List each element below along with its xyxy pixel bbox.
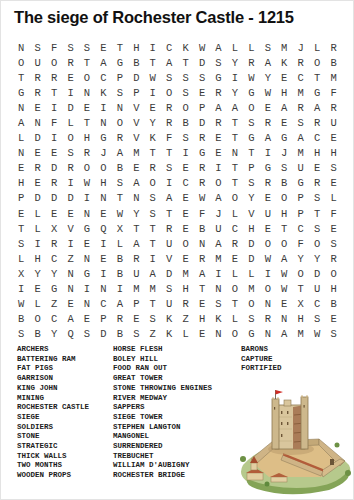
grid-cell-r5c4: D	[62, 100, 78, 115]
grid-cell-r17c17: W	[276, 282, 292, 297]
grid-cell-r2c2: U	[29, 55, 45, 70]
grid-cell-r1c11: K	[177, 40, 193, 55]
grid-cell-r5c5: E	[79, 100, 95, 115]
grid-cell-r5c15: O	[243, 100, 259, 115]
word-list-item: STONE THROWING ENGINES	[113, 384, 212, 394]
grid-cell-r1c7: T	[112, 40, 128, 55]
grid-cell-r10c19: R	[309, 176, 325, 191]
grid-cell-r11c17: O	[276, 191, 292, 206]
grid-cell-r16c14: L	[227, 266, 243, 281]
grid-cell-r6c19: R	[309, 115, 325, 130]
grid-cell-r6c20: U	[325, 115, 341, 130]
grid-cell-r6c2: N	[29, 115, 45, 130]
grid-cell-r1c16: S	[260, 40, 276, 55]
grid-cell-r9c10: S	[161, 161, 177, 176]
grid-cell-r1c14: L	[227, 40, 243, 55]
grid-cell-r18c9: T	[145, 297, 161, 312]
grid-cell-r19c17: N	[276, 312, 292, 327]
grid-cell-r7c20: E	[325, 131, 341, 146]
grid-cell-r7c12: R	[194, 131, 210, 146]
grid-cell-r17c4: N	[62, 282, 78, 297]
grid-cell-r3c13: G	[210, 70, 226, 85]
grid-cell-r20c13: N	[210, 327, 226, 342]
grid-cell-r8c19: H	[309, 146, 325, 161]
grid-cell-r14c7: L	[112, 236, 128, 251]
grid-cell-r3c2: R	[29, 70, 45, 85]
grid-cell-r3c14: I	[227, 70, 243, 85]
grid-cell-r9c16: G	[260, 161, 276, 176]
grid-cell-r10c9: O	[145, 176, 161, 191]
word-list-item: HORSE FLESH	[113, 345, 212, 355]
word-list-item: STONE	[17, 432, 89, 442]
grid-cell-r7c5: H	[79, 131, 95, 146]
grid-cell-r10c7: S	[112, 176, 128, 191]
grid-cell-r18c14: T	[227, 297, 243, 312]
grid-cell-r4c14: Y	[227, 85, 243, 100]
grid-cell-r5c12: P	[194, 100, 210, 115]
grid-cell-r19c20: E	[325, 312, 341, 327]
grid-cell-r17c14: O	[227, 282, 243, 297]
grid-cell-r2c15: R	[243, 55, 259, 70]
grid-cell-r19c2: O	[29, 312, 45, 327]
grid-cell-r11c2: D	[29, 191, 45, 206]
grid-cell-r20c12: E	[194, 327, 210, 342]
grid-cell-r15c3: C	[46, 251, 62, 266]
grid-cell-r4c11: S	[177, 85, 193, 100]
grid-cell-r20c19: W	[309, 327, 325, 342]
grid-cell-r17c19: U	[309, 282, 325, 297]
grid-cell-r6c17: E	[276, 115, 292, 130]
word-list-item: ROCHESTER CASTLE	[17, 403, 89, 413]
grid-cell-r13c14: C	[227, 221, 243, 236]
grid-cell-r5c19: A	[309, 100, 325, 115]
grid-cell-r11c12: W	[194, 191, 210, 206]
grid-cell-r12c10: T	[161, 206, 177, 221]
grid-cell-r16c13: I	[210, 266, 226, 281]
grid-cell-r13c10: R	[161, 221, 177, 236]
grid-cell-r11c13: A	[210, 191, 226, 206]
grid-cell-r15c2: H	[29, 251, 45, 266]
grid-cell-r12c5: N	[79, 206, 95, 221]
grid-cell-r2c14: Y	[227, 55, 243, 70]
grid-cell-r7c8: V	[128, 131, 144, 146]
grid-cell-r4c5: N	[79, 85, 95, 100]
grid-cell-r7c7: R	[112, 131, 128, 146]
word-list-item: TREBUCHET	[113, 452, 212, 462]
grid-cell-r2c10: A	[161, 55, 177, 70]
grid-cell-r4c15: G	[243, 85, 259, 100]
grid-cell-r14c19: O	[309, 236, 325, 251]
grid-cell-r1c4: S	[62, 40, 78, 55]
word-list-item: ARCHERS	[17, 345, 89, 355]
grid-cell-r17c13: N	[210, 282, 226, 297]
grid-cell-r19c4: A	[62, 312, 78, 327]
grid-cell-r7c19: C	[309, 131, 325, 146]
grid-cell-r8c20: H	[325, 146, 341, 161]
grid-cell-r12c12: F	[194, 206, 210, 221]
grid-cell-r4c16: W	[260, 85, 276, 100]
grid-cell-r3c1: T	[13, 70, 29, 85]
grid-cell-r11c19: S	[309, 191, 325, 206]
grid-cell-r20c18: M	[292, 327, 308, 342]
grid-cell-r9c6: O	[95, 161, 111, 176]
grid-cell-r2c6: A	[95, 55, 111, 70]
grid-cell-r15c16: W	[260, 251, 276, 266]
grid-cell-r5c10: R	[161, 100, 177, 115]
grid-cell-r14c8: A	[128, 236, 144, 251]
grid-cell-r3c5: O	[79, 70, 95, 85]
grid-cell-r14c2: I	[29, 236, 45, 251]
grid-cell-r19c18: H	[292, 312, 308, 327]
grid-cell-r9c18: U	[292, 161, 308, 176]
grid-cell-r13c19: S	[309, 221, 325, 236]
grid-cell-r9c17: S	[276, 161, 292, 176]
grid-cell-r14c18: F	[292, 236, 308, 251]
grid-cell-r11c8: N	[128, 191, 144, 206]
grid-cell-r19c15: S	[243, 312, 259, 327]
grid-cell-r18c12: E	[194, 297, 210, 312]
grid-cell-r3c8: D	[128, 70, 144, 85]
grid-cell-r13c5: G	[79, 221, 95, 236]
grid-cell-r15c9: I	[145, 251, 161, 266]
word-list-item: TWO MONTHS	[17, 461, 89, 471]
grid-cell-r17c15: M	[243, 282, 259, 297]
grid-cell-r11c4: D	[62, 191, 78, 206]
grid-cell-r9c13: I	[210, 161, 226, 176]
grid-cell-r20c5: S	[79, 327, 95, 342]
grid-cell-r18c17: E	[276, 297, 292, 312]
grid-cell-r2c16: A	[260, 55, 276, 70]
grid-cell-r1c19: L	[309, 40, 325, 55]
grid-cell-r4c4: I	[62, 85, 78, 100]
grid-cell-r15c18: Y	[292, 251, 308, 266]
grid-cell-r20c16: N	[260, 327, 276, 342]
grid-cell-r20c7: B	[112, 327, 128, 342]
grid-cell-r13c16: E	[260, 221, 276, 236]
grid-cell-r14c12: N	[194, 236, 210, 251]
grid-cell-r9c11: E	[177, 161, 193, 176]
grid-cell-r13c18: C	[292, 221, 308, 236]
grid-cell-r13c12: B	[194, 221, 210, 236]
grid-cell-r12c18: P	[292, 206, 308, 221]
grid-cell-r16c11: M	[177, 266, 193, 281]
grid-cell-r7c1: L	[13, 131, 29, 146]
grid-cell-r2c5: T	[79, 55, 95, 70]
grid-cell-r11c7: T	[112, 191, 128, 206]
grid-cell-r10c6: H	[95, 176, 111, 191]
grid-cell-r6c8: V	[128, 115, 144, 130]
grid-cell-r18c4: E	[62, 297, 78, 312]
grid-cell-r17c6: N	[95, 282, 111, 297]
grid-cell-r18c7: A	[112, 297, 128, 312]
grid-cell-r15c15: D	[243, 251, 259, 266]
grid-cell-r13c2: L	[29, 221, 45, 236]
word-list-item: BARONS	[241, 345, 282, 355]
grid-cell-r8c13: E	[210, 146, 226, 161]
grid-cell-r16c4: N	[62, 266, 78, 281]
grid-cell-r10c4: I	[62, 176, 78, 191]
word-list-item: SOLDIERS	[17, 423, 89, 433]
grid-cell-r1c20: R	[325, 40, 341, 55]
word-list-item: MANGONEL	[113, 432, 212, 442]
grid-cell-r12c4: E	[62, 206, 78, 221]
grid-cell-r19c6: P	[95, 312, 111, 327]
grid-cell-r16c3: Y	[46, 266, 62, 281]
grid-cell-r11c3: D	[46, 191, 62, 206]
grid-cell-r1c15: L	[243, 40, 259, 55]
grid-cell-r16c18: O	[292, 266, 308, 281]
grid-cell-r10c17: B	[276, 176, 292, 191]
grid-cell-r15c1: L	[13, 251, 29, 266]
grid-cell-r18c18: X	[292, 297, 308, 312]
grid-cell-r5c18: R	[292, 100, 308, 115]
grid-cell-r13c6: Q	[95, 221, 111, 236]
grid-cell-r20c11: L	[177, 327, 193, 342]
word-list-item: WILLIAM D'AUBIGNY	[113, 461, 212, 471]
word-list-item: BOLEY HILL	[113, 355, 212, 365]
grid-cell-r3c11: S	[177, 70, 193, 85]
grid-cell-r12c1: E	[13, 206, 29, 221]
grid-cell-r7c13: E	[210, 131, 226, 146]
grid-cell-r1c2: S	[29, 40, 45, 55]
grid-cell-r13c20: E	[325, 221, 341, 236]
grid-cell-r20c15: G	[243, 327, 259, 342]
grid-cell-r16c6: I	[95, 266, 111, 281]
grid-cell-r15c7: B	[112, 251, 128, 266]
grid-cell-r4c6: K	[95, 85, 111, 100]
grid-cell-r16c5: G	[79, 266, 95, 281]
word-list-column-2: HORSE FLESHBOLEY HILLFOOD RAN OUTGREAT T…	[113, 345, 212, 481]
grid-cell-r1c13: A	[210, 40, 226, 55]
grid-cell-r17c3: G	[46, 282, 62, 297]
grid-cell-r6c9: Y	[145, 115, 161, 130]
word-list-item: WOODEN PROPS	[17, 471, 89, 481]
grid-cell-r19c12: H	[194, 312, 210, 327]
word-list-item: KING JOHN	[17, 384, 89, 394]
grid-cell-r14c16: O	[260, 236, 276, 251]
grid-cell-r18c2: L	[29, 297, 45, 312]
grid-cell-r10c10: I	[161, 176, 177, 191]
grid-cell-r16c16: I	[260, 266, 276, 281]
castle-flag-icon	[276, 390, 284, 399]
grid-cell-r3c18: C	[292, 70, 308, 85]
grid-cell-r15c10: V	[161, 251, 177, 266]
grid-cell-r3c15: W	[243, 70, 259, 85]
grid-cell-r1c6: E	[95, 40, 111, 55]
grid-cell-r8c2: E	[29, 146, 45, 161]
grid-cell-r7c17: G	[276, 131, 292, 146]
grid-cell-r9c12: R	[194, 161, 210, 176]
grid-cell-r2c11: T	[177, 55, 193, 70]
grid-cell-r5c6: I	[95, 100, 111, 115]
grid-cell-r13c3: X	[46, 221, 62, 236]
grid-cell-r12c11: E	[177, 206, 193, 221]
grid-cell-r3c16: Y	[260, 70, 276, 85]
grid-cell-r6c13: R	[210, 115, 226, 130]
grid-cell-r4c1: G	[13, 85, 29, 100]
grid-cell-r5c13: A	[210, 100, 226, 115]
word-list-item: GREAT TOWER	[113, 374, 212, 384]
grid-cell-r12c7: W	[112, 206, 128, 221]
grid-cell-r13c9: T	[145, 221, 161, 236]
grid-cell-r2c3: O	[46, 55, 62, 70]
word-list-item: STEPHEN LANGTON	[113, 423, 212, 433]
word-list-item: CAPTURE	[241, 355, 282, 365]
grid-cell-r4c10: O	[161, 85, 177, 100]
grid-cell-r12c3: E	[46, 206, 62, 221]
grid-cell-r19c9: S	[145, 312, 161, 327]
grid-cell-r5c7: N	[112, 100, 128, 115]
grid-cell-r7c4: O	[62, 131, 78, 146]
grid-cell-r7c3: I	[46, 131, 62, 146]
grid-cell-r20c6: D	[95, 327, 111, 342]
grid-cell-r2c9: T	[145, 55, 161, 70]
grid-cell-r5c2: E	[29, 100, 45, 115]
grid-cell-r8c6: J	[95, 146, 111, 161]
grid-cell-r8c12: G	[194, 146, 210, 161]
word-search-grid: NSFSSETHICKWALLSMJLROUORTAGBTATDSYRAKROB…	[13, 40, 342, 342]
grid-cell-r2c19: O	[309, 55, 325, 70]
grid-cell-r15c14: E	[227, 251, 243, 266]
word-list-item: GARRISON	[17, 374, 89, 384]
word-list-item: SAPPERS	[113, 403, 212, 413]
grid-cell-r8c14: N	[227, 146, 243, 161]
grid-cell-r12c14: L	[227, 206, 243, 221]
grid-cell-r10c2: E	[29, 176, 45, 191]
word-list-item: FAT PIGS	[17, 364, 89, 374]
grid-cell-r14c10: U	[161, 236, 177, 251]
grid-cell-r13c8: T	[128, 221, 144, 236]
grid-cell-r17c18: T	[292, 282, 308, 297]
grid-cell-r14c4: I	[62, 236, 78, 251]
grid-cell-r12c17: H	[276, 206, 292, 221]
word-list-item: FORTIFIED	[241, 364, 282, 374]
grid-cell-r17c2: E	[29, 282, 45, 297]
grid-cell-r15c8: R	[128, 251, 144, 266]
grid-cell-r11c5: I	[79, 191, 95, 206]
grid-cell-r9c1: E	[13, 161, 29, 176]
grid-cell-r10c12: R	[194, 176, 210, 191]
grid-cell-r2c13: S	[210, 55, 226, 70]
grid-cell-r1c3: F	[46, 40, 62, 55]
grid-cell-r14c13: A	[210, 236, 226, 251]
grid-cell-r18c5: N	[79, 297, 95, 312]
grid-cell-r18c10: U	[161, 297, 177, 312]
grid-cell-r3c20: M	[325, 70, 341, 85]
grid-cell-r9c7: B	[112, 161, 128, 176]
grid-cell-r18c1: W	[13, 297, 29, 312]
grid-cell-r11c9: S	[145, 191, 161, 206]
grid-cell-r16c8: U	[128, 266, 144, 281]
grid-cell-r4c12: E	[194, 85, 210, 100]
grid-cell-r13c7: X	[112, 221, 128, 236]
grid-cell-r16c15: L	[243, 266, 259, 281]
grid-cell-r3c9: W	[145, 70, 161, 85]
grid-cell-r3c4: E	[62, 70, 78, 85]
grid-cell-r18c16: N	[260, 297, 276, 312]
grid-cell-r7c11: S	[177, 131, 193, 146]
grid-cell-r20c3: Y	[46, 327, 62, 342]
grid-cell-r19c3: C	[46, 312, 62, 327]
grid-cell-r1c5: S	[79, 40, 95, 55]
grid-cell-r8c10: T	[161, 146, 177, 161]
grid-cell-r19c13: K	[210, 312, 226, 327]
grid-cell-r8c7: A	[112, 146, 128, 161]
grid-cell-r11c20: L	[325, 191, 341, 206]
grid-cell-r8c5: R	[79, 146, 95, 161]
grid-cell-r7c15: G	[243, 131, 259, 146]
grid-cell-r14c3: R	[46, 236, 62, 251]
grid-cell-r12c15: V	[243, 206, 259, 221]
grid-cell-r1c12: W	[194, 40, 210, 55]
grid-cell-r12c20: F	[325, 206, 341, 221]
grid-cell-r8c11: I	[177, 146, 193, 161]
grid-cell-r16c12: A	[194, 266, 210, 281]
grid-cell-r8c16: I	[260, 146, 276, 161]
grid-cell-r18c11: R	[177, 297, 193, 312]
grid-cell-r20c2: B	[29, 327, 45, 342]
grid-cell-r4c9: I	[145, 85, 161, 100]
grid-cell-r17c8: M	[128, 282, 144, 297]
grid-cell-r14c5: E	[79, 236, 95, 251]
grid-cell-r8c17: J	[276, 146, 292, 161]
grid-cell-r10c5: W	[79, 176, 95, 191]
grid-cell-r15c4: Z	[62, 251, 78, 266]
word-list-item: THICK WALLS	[17, 452, 89, 462]
grid-cell-r14c11: O	[177, 236, 193, 251]
grid-cell-r17c16: O	[260, 282, 276, 297]
grid-cell-r4c13: R	[210, 85, 226, 100]
word-list-item: SIEGE TOWER	[113, 413, 212, 423]
grid-cell-r17c9: M	[145, 282, 161, 297]
grid-cell-r17c11: H	[177, 282, 193, 297]
grid-cell-r13c1: T	[13, 221, 29, 236]
grid-cell-r4c7: S	[112, 85, 128, 100]
grid-cell-r3c10: S	[161, 70, 177, 85]
grid-cell-r19c14: L	[227, 312, 243, 327]
grid-cell-r17c12: T	[194, 282, 210, 297]
grid-cell-r16c17: W	[276, 266, 292, 281]
grid-cell-r5c3: I	[46, 100, 62, 115]
word-list-item: BATTERING RAM	[17, 355, 89, 365]
grid-cell-r16c19: D	[309, 266, 325, 281]
grid-cell-r17c7: I	[112, 282, 128, 297]
grid-cell-r10c11: C	[177, 176, 193, 191]
grid-cell-r15c13: M	[210, 251, 226, 266]
grid-cell-r16c10: D	[161, 266, 177, 281]
grid-cell-r14c9: T	[145, 236, 161, 251]
word-list-column-3: BARONSCAPTUREFORTIFIED	[241, 345, 282, 374]
grid-cell-r18c6: C	[95, 297, 111, 312]
grid-cell-r18c19: C	[309, 297, 325, 312]
grid-cell-r3c6: C	[95, 70, 111, 85]
word-list-item: ROCHESTER BRIDGE	[113, 471, 212, 481]
grid-cell-r4c19: G	[309, 85, 325, 100]
grid-cell-r9c3: D	[46, 161, 62, 176]
grid-cell-r13c13: U	[210, 221, 226, 236]
grid-cell-r9c4: R	[62, 161, 78, 176]
grid-cell-r4c8: P	[128, 85, 144, 100]
grid-cell-r12c19: T	[309, 206, 325, 221]
grid-cell-r5c11: O	[177, 100, 193, 115]
grid-cell-r10c13: O	[210, 176, 226, 191]
grid-cell-r14c14: R	[227, 236, 243, 251]
grid-cell-r12c9: S	[145, 206, 161, 221]
grid-cell-r17c5: I	[79, 282, 95, 297]
grid-cell-r16c1: X	[13, 266, 29, 281]
grid-cell-r18c8: P	[128, 297, 144, 312]
grid-cell-r6c10: R	[161, 115, 177, 130]
